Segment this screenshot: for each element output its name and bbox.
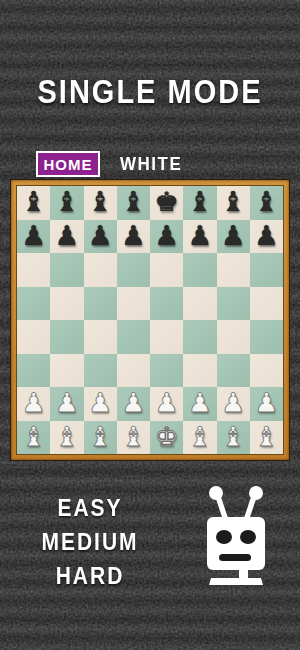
square-e6[interactable] — [150, 253, 183, 287]
home-button[interactable]: HOME — [36, 151, 100, 177]
square-e8[interactable]: ♚ — [150, 186, 183, 220]
white-bishop-piece: ♝ — [188, 423, 212, 450]
white-pawn-piece: ♟ — [88, 389, 112, 416]
square-e7[interactable]: ♟ — [150, 220, 183, 254]
square-e4[interactable] — [150, 320, 183, 354]
app-screen: SINGLE MODE HOME WHITE ♝♝♝♝♚♝♝♝♟♟♟♟♟♟♟♟♟… — [0, 0, 300, 650]
square-f1[interactable]: ♝ — [183, 421, 216, 455]
white-bishop-piece: ♝ — [254, 423, 278, 450]
square-c8[interactable]: ♝ — [84, 186, 117, 220]
square-h2[interactable]: ♟ — [250, 387, 283, 421]
white-pawn-piece: ♟ — [188, 389, 212, 416]
square-b1[interactable]: ♝ — [50, 421, 83, 455]
white-bishop-piece: ♝ — [55, 423, 79, 450]
white-bishop-piece: ♝ — [221, 423, 245, 450]
square-a4[interactable] — [17, 320, 50, 354]
square-f7[interactable]: ♟ — [183, 220, 216, 254]
square-b2[interactable]: ♟ — [50, 387, 83, 421]
square-h3[interactable] — [250, 354, 283, 388]
square-d4[interactable] — [117, 320, 150, 354]
difficulty-hard[interactable]: HARD — [56, 563, 125, 589]
square-a5[interactable] — [17, 287, 50, 321]
black-pawn-piece: ♟ — [155, 222, 179, 249]
white-bishop-piece: ♝ — [121, 423, 145, 450]
white-pawn-piece: ♟ — [55, 389, 79, 416]
square-c4[interactable] — [84, 320, 117, 354]
square-e1[interactable]: ♚ — [150, 421, 183, 455]
board-frame: ♝♝♝♝♚♝♝♝♟♟♟♟♟♟♟♟♟♟♟♟♟♟♟♟♝♝♝♝♚♝♝♝ — [11, 180, 289, 460]
difficulty-medium[interactable]: MEDIUM — [41, 529, 138, 555]
home-button-label: HOME — [44, 156, 93, 173]
square-d7[interactable]: ♟ — [117, 220, 150, 254]
square-c2[interactable]: ♟ — [84, 387, 117, 421]
square-c3[interactable] — [84, 354, 117, 388]
square-e5[interactable] — [150, 287, 183, 321]
square-c1[interactable]: ♝ — [84, 421, 117, 455]
square-g4[interactable] — [217, 320, 250, 354]
square-g8[interactable]: ♝ — [217, 186, 250, 220]
black-pawn-piece: ♟ — [254, 222, 278, 249]
black-pawn-piece: ♟ — [22, 222, 46, 249]
black-king-piece: ♚ — [155, 188, 179, 215]
square-a3[interactable] — [17, 354, 50, 388]
square-e2[interactable]: ♟ — [150, 387, 183, 421]
difficulty-menu: EASY MEDIUM HARD — [10, 496, 170, 588]
square-g1[interactable]: ♝ — [217, 421, 250, 455]
square-h4[interactable] — [250, 320, 283, 354]
square-b3[interactable] — [50, 354, 83, 388]
black-bishop-piece: ♝ — [188, 188, 212, 215]
white-pawn-piece: ♟ — [254, 389, 278, 416]
square-b8[interactable]: ♝ — [50, 186, 83, 220]
square-a1[interactable]: ♝ — [17, 421, 50, 455]
black-pawn-piece: ♟ — [221, 222, 245, 249]
white-pawn-piece: ♟ — [22, 389, 46, 416]
square-a6[interactable] — [17, 253, 50, 287]
square-f5[interactable] — [183, 287, 216, 321]
square-b6[interactable] — [50, 253, 83, 287]
white-bishop-piece: ♝ — [22, 423, 46, 450]
square-a7[interactable]: ♟ — [17, 220, 50, 254]
white-pawn-piece: ♟ — [121, 389, 145, 416]
square-h7[interactable]: ♟ — [250, 220, 283, 254]
square-c6[interactable] — [84, 253, 117, 287]
square-b7[interactable]: ♟ — [50, 220, 83, 254]
chess-board[interactable]: ♝♝♝♝♚♝♝♝♟♟♟♟♟♟♟♟♟♟♟♟♟♟♟♟♝♝♝♝♚♝♝♝ — [16, 185, 284, 455]
white-bishop-piece: ♝ — [88, 423, 112, 450]
square-b5[interactable] — [50, 287, 83, 321]
square-c5[interactable] — [84, 287, 117, 321]
square-h1[interactable]: ♝ — [250, 421, 283, 455]
square-c7[interactable]: ♟ — [84, 220, 117, 254]
black-bishop-piece: ♝ — [221, 188, 245, 215]
square-d6[interactable] — [117, 253, 150, 287]
square-e3[interactable] — [150, 354, 183, 388]
square-d3[interactable] — [117, 354, 150, 388]
square-d1[interactable]: ♝ — [117, 421, 150, 455]
black-bishop-piece: ♝ — [121, 188, 145, 215]
square-g5[interactable] — [217, 287, 250, 321]
square-f4[interactable] — [183, 320, 216, 354]
black-bishop-piece: ♝ — [88, 188, 112, 215]
white-king-piece: ♚ — [155, 423, 179, 450]
square-f2[interactable]: ♟ — [183, 387, 216, 421]
black-pawn-piece: ♟ — [121, 222, 145, 249]
white-pawn-piece: ♟ — [221, 389, 245, 416]
square-g6[interactable] — [217, 253, 250, 287]
black-bishop-piece: ♝ — [254, 188, 278, 215]
black-pawn-piece: ♟ — [188, 222, 212, 249]
square-g2[interactable]: ♟ — [217, 387, 250, 421]
square-f3[interactable] — [183, 354, 216, 388]
white-pawn-piece: ♟ — [155, 389, 179, 416]
square-d8[interactable]: ♝ — [117, 186, 150, 220]
square-g3[interactable] — [217, 354, 250, 388]
page-title: SINGLE MODE — [0, 74, 300, 111]
square-h8[interactable]: ♝ — [250, 186, 283, 220]
black-bishop-piece: ♝ — [55, 188, 79, 215]
black-pawn-piece: ♟ — [55, 222, 79, 249]
square-f8[interactable]: ♝ — [183, 186, 216, 220]
difficulty-easy[interactable]: EASY — [57, 495, 122, 521]
side-to-move-label: WHITE — [120, 153, 182, 176]
robot-icon — [203, 484, 269, 586]
black-pawn-piece: ♟ — [88, 222, 112, 249]
square-f6[interactable] — [183, 253, 216, 287]
square-h5[interactable] — [250, 287, 283, 321]
square-d5[interactable] — [117, 287, 150, 321]
black-bishop-piece: ♝ — [22, 188, 46, 215]
square-g7[interactable]: ♟ — [217, 220, 250, 254]
square-b4[interactable] — [50, 320, 83, 354]
square-d2[interactable]: ♟ — [117, 387, 150, 421]
square-h6[interactable] — [250, 253, 283, 287]
square-a8[interactable]: ♝ — [17, 186, 50, 220]
square-a2[interactable]: ♟ — [17, 387, 50, 421]
